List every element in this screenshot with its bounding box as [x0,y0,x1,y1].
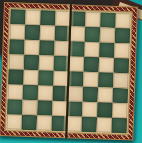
square-g4[interactable] [98,72,114,88]
square-a8[interactable] [10,9,26,25]
square-g6[interactable] [99,42,115,58]
square-g8[interactable] [100,12,116,28]
square-h2[interactable] [112,103,128,119]
square-f7[interactable] [85,27,101,43]
square-c6[interactable] [39,40,55,56]
square-g1[interactable] [97,117,113,133]
square-a2[interactable] [7,99,23,115]
square-a7[interactable] [10,24,26,40]
square-b7[interactable] [25,25,41,41]
square-a1[interactable] [7,114,23,130]
square-h5[interactable] [114,58,130,74]
square-g5[interactable] [99,57,115,73]
square-a5[interactable] [9,54,25,70]
square-c7[interactable] [40,25,56,41]
square-f5[interactable] [84,57,100,73]
game-board [0,2,138,141]
square-b2[interactable] [22,100,38,116]
square-b6[interactable] [24,40,40,56]
square-c2[interactable] [37,100,53,116]
square-b1[interactable] [22,115,38,131]
square-a3[interactable] [8,84,24,100]
square-b3[interactable] [23,85,39,101]
square-b5[interactable] [24,55,40,71]
square-e2[interactable] [67,101,83,117]
square-g2[interactable] [97,102,113,118]
square-h4[interactable] [113,73,129,89]
square-e7[interactable] [70,26,86,42]
square-h8[interactable] [115,13,131,29]
square-g7[interactable] [100,27,116,43]
square-c4[interactable] [38,70,54,86]
photo-overhead-board-scene [0,0,142,143]
square-e4[interactable] [68,71,84,87]
square-f4[interactable] [83,72,99,88]
square-e1[interactable] [67,116,83,132]
square-f2[interactable] [82,102,98,118]
square-b8[interactable] [25,10,41,26]
square-f6[interactable] [84,42,100,58]
square-c1[interactable] [37,115,53,131]
square-c3[interactable] [38,85,54,101]
square-e5[interactable] [69,56,85,72]
square-h6[interactable] [114,43,130,59]
square-b4[interactable] [23,70,39,86]
square-h1[interactable] [111,118,127,134]
square-h7[interactable] [115,28,131,44]
square-c8[interactable] [40,10,56,26]
square-f1[interactable] [82,117,98,133]
square-h3[interactable] [113,88,129,104]
square-c5[interactable] [39,55,55,71]
square-e3[interactable] [68,86,84,102]
square-a6[interactable] [9,39,25,55]
square-a4[interactable] [8,69,24,85]
square-g3[interactable] [98,87,114,103]
square-e6[interactable] [69,41,85,57]
square-f3[interactable] [83,87,99,103]
square-f8[interactable] [85,12,101,28]
square-e8[interactable] [70,11,86,27]
